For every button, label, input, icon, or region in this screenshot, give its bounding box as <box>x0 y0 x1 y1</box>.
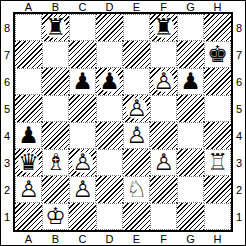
square-a1[interactable] <box>15 203 42 230</box>
square-g5[interactable] <box>177 95 204 122</box>
rank-label-right-1: 1 <box>233 203 245 230</box>
white-pawn-icon: ♙ <box>126 97 147 120</box>
square-a5[interactable] <box>15 95 42 122</box>
square-b8[interactable]: ♜ <box>42 14 69 41</box>
rank-label-right-7: 7 <box>233 41 245 68</box>
square-e8[interactable] <box>123 14 150 41</box>
black-pawn-icon: ♟ <box>72 70 93 93</box>
file-label-top-h: H <box>204 1 231 12</box>
file-label-bottom-b: B <box>42 232 69 245</box>
square-d1[interactable] <box>96 203 123 230</box>
square-f7[interactable] <box>150 41 177 68</box>
square-e1[interactable] <box>123 203 150 230</box>
file-labels-bottom: ABCDEFGH <box>15 232 231 245</box>
white-knight-icon: ♘ <box>126 178 147 201</box>
square-g3[interactable] <box>177 149 204 176</box>
square-c5[interactable] <box>69 95 96 122</box>
square-a3[interactable]: ♛ <box>15 149 42 176</box>
rank-labels-right: 87654321 <box>233 14 245 230</box>
square-d8[interactable] <box>96 14 123 41</box>
square-h7[interactable]: ♚ <box>204 41 231 68</box>
white-pawn-icon: ♙ <box>153 151 174 174</box>
file-label-bottom-d: D <box>96 232 123 245</box>
square-a4[interactable]: ♟ <box>15 122 42 149</box>
rank-label-right-5: 5 <box>233 95 245 122</box>
square-a8[interactable] <box>15 14 42 41</box>
rank-label-left-5: 5 <box>1 95 13 122</box>
square-b5[interactable] <box>42 95 69 122</box>
file-label-bottom-g: G <box>177 232 204 245</box>
square-f5[interactable] <box>150 95 177 122</box>
white-pawn-icon: ♙ <box>126 124 147 147</box>
square-e6[interactable] <box>123 68 150 95</box>
square-g7[interactable] <box>177 41 204 68</box>
square-e7[interactable] <box>123 41 150 68</box>
white-pawn-icon: ♙ <box>72 178 93 201</box>
square-b4[interactable] <box>42 122 69 149</box>
black-pawn-icon: ♟ <box>18 124 39 147</box>
rank-label-left-3: 3 <box>1 149 13 176</box>
chess-board: ♜♜♚♟♟♙♟♙♟♙♛♗♙♙♖♙♙♘♔ <box>13 12 233 232</box>
square-b6[interactable] <box>42 68 69 95</box>
square-e3[interactable] <box>123 149 150 176</box>
square-g1[interactable] <box>177 203 204 230</box>
file-label-top-f: F <box>150 1 177 12</box>
square-f1[interactable] <box>150 203 177 230</box>
square-d3[interactable] <box>96 149 123 176</box>
square-f2[interactable] <box>150 176 177 203</box>
square-c8[interactable] <box>69 14 96 41</box>
square-g8[interactable] <box>177 14 204 41</box>
square-b3[interactable]: ♗ <box>42 149 69 176</box>
square-c7[interactable] <box>69 41 96 68</box>
file-label-top-g: G <box>177 1 204 12</box>
file-label-top-e: E <box>123 1 150 12</box>
square-b1[interactable]: ♔ <box>42 203 69 230</box>
square-h2[interactable] <box>204 176 231 203</box>
file-label-top-b: B <box>42 1 69 12</box>
square-h8[interactable] <box>204 14 231 41</box>
black-queen-icon: ♛ <box>18 151 39 174</box>
white-king-icon: ♔ <box>45 205 66 228</box>
square-c1[interactable] <box>69 203 96 230</box>
square-d6[interactable]: ♟ <box>96 68 123 95</box>
black-pawn-icon: ♟ <box>99 70 120 93</box>
rank-label-right-6: 6 <box>233 68 245 95</box>
square-d4[interactable] <box>96 122 123 149</box>
file-label-bottom-f: F <box>150 232 177 245</box>
square-c2[interactable]: ♙ <box>69 176 96 203</box>
file-label-top-a: A <box>15 1 42 12</box>
rank-label-left-6: 6 <box>1 68 13 95</box>
square-a6[interactable] <box>15 68 42 95</box>
square-f3[interactable]: ♙ <box>150 149 177 176</box>
file-label-bottom-a: A <box>15 232 42 245</box>
rank-label-right-3: 3 <box>233 149 245 176</box>
square-f6[interactable]: ♙ <box>150 68 177 95</box>
white-pawn-icon: ♙ <box>72 151 93 174</box>
rank-labels-left: 87654321 <box>1 14 13 230</box>
square-a7[interactable] <box>15 41 42 68</box>
square-d2[interactable] <box>96 176 123 203</box>
square-c6[interactable]: ♟ <box>69 68 96 95</box>
chess-diagram: ABCDEFGH 87654321 ♜♜♚♟♟♙♟♙♟♙♛♗♙♙♖♙♙♘♔ 87… <box>0 0 246 246</box>
rank-label-left-7: 7 <box>1 41 13 68</box>
square-e2[interactable]: ♘ <box>123 176 150 203</box>
rank-label-right-4: 4 <box>233 122 245 149</box>
white-pawn-icon: ♙ <box>153 70 174 93</box>
square-d7[interactable] <box>96 41 123 68</box>
square-c3[interactable]: ♙ <box>69 149 96 176</box>
square-e4[interactable]: ♙ <box>123 122 150 149</box>
file-label-top-d: D <box>96 1 123 12</box>
rank-label-left-4: 4 <box>1 122 13 149</box>
white-pawn-icon: ♙ <box>18 178 39 201</box>
square-d5[interactable] <box>96 95 123 122</box>
square-g4[interactable] <box>177 122 204 149</box>
file-label-bottom-h: H <box>204 232 231 245</box>
square-h6[interactable] <box>204 68 231 95</box>
square-g6[interactable]: ♟ <box>177 68 204 95</box>
rank-label-right-8: 8 <box>233 14 245 41</box>
file-label-top-c: C <box>69 1 96 12</box>
square-h1[interactable] <box>204 203 231 230</box>
square-f8[interactable]: ♜ <box>150 14 177 41</box>
square-b7[interactable] <box>42 41 69 68</box>
white-bishop-icon: ♗ <box>45 151 66 174</box>
white-rook-icon: ♖ <box>207 151 228 174</box>
file-labels-top: ABCDEFGH <box>15 1 231 12</box>
rank-label-left-2: 2 <box>1 176 13 203</box>
black-rook-icon: ♜ <box>153 16 174 39</box>
black-king-icon: ♚ <box>207 43 228 66</box>
rank-label-left-8: 8 <box>1 14 13 41</box>
square-f4[interactable] <box>150 122 177 149</box>
square-h4[interactable] <box>204 122 231 149</box>
black-rook-icon: ♜ <box>45 16 66 39</box>
file-label-bottom-e: E <box>123 232 150 245</box>
rank-label-left-1: 1 <box>1 203 13 230</box>
black-pawn-icon: ♟ <box>180 70 201 93</box>
square-h5[interactable] <box>204 95 231 122</box>
square-g2[interactable] <box>177 176 204 203</box>
square-e5[interactable]: ♙ <box>123 95 150 122</box>
file-label-bottom-c: C <box>69 232 96 245</box>
rank-label-right-2: 2 <box>233 176 245 203</box>
square-h3[interactable]: ♖ <box>204 149 231 176</box>
square-a2[interactable]: ♙ <box>15 176 42 203</box>
square-c4[interactable] <box>69 122 96 149</box>
square-b2[interactable] <box>42 176 69 203</box>
